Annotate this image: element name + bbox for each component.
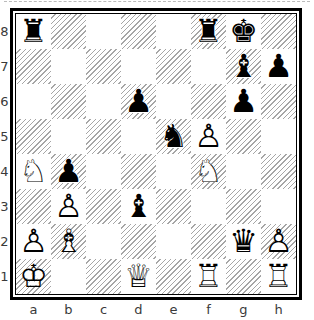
square-g7: ♝	[226, 49, 261, 84]
square-e5: ♞	[156, 119, 191, 154]
square-d8	[121, 14, 156, 49]
square-h1: ♜♖	[261, 259, 296, 294]
piece-black-knight: ♞	[156, 119, 191, 154]
square-h2: ♟♙	[261, 224, 296, 259]
square-e6	[156, 84, 191, 119]
square-e3	[156, 189, 191, 224]
square-b4: ♟	[51, 154, 86, 189]
square-f6	[191, 84, 226, 119]
piece-white-king: ♚♔	[16, 259, 51, 294]
square-a8: ♜	[16, 14, 51, 49]
square-c6	[86, 84, 121, 119]
piece-white-pawn: ♟♙	[51, 189, 86, 224]
rank-label-3: 3	[0, 189, 9, 224]
rank-label-6: 6	[0, 84, 9, 119]
piece-black-bishop: ♝	[226, 49, 261, 84]
square-e1	[156, 259, 191, 294]
square-h7: ♟	[261, 49, 296, 84]
square-c5	[86, 119, 121, 154]
piece-black-rook: ♜	[191, 14, 226, 49]
square-c1	[86, 259, 121, 294]
square-f2	[191, 224, 226, 259]
square-f5: ♟♙	[191, 119, 226, 154]
piece-white-rook: ♜♖	[261, 259, 296, 294]
square-g1	[226, 259, 261, 294]
square-a4: ♞♘	[16, 154, 51, 189]
square-c4	[86, 154, 121, 189]
piece-black-pawn: ♟	[51, 154, 86, 189]
file-label-e: e	[156, 301, 191, 318]
square-b8	[51, 14, 86, 49]
piece-white-queen: ♛♕	[121, 259, 156, 294]
rank-label-1: 1	[0, 259, 9, 294]
board-inner-frame: ♜♜♚♝♟♟♟♞♟♙♞♘♟♞♘♟♙♝♟♙♝♗♛♟♙♚♔♛♕♜♖♜♖	[15, 13, 297, 295]
rank-label-7: 7	[0, 49, 9, 84]
square-g2: ♛	[226, 224, 261, 259]
piece-black-pawn: ♟	[226, 84, 261, 119]
piece-white-pawn: ♟♙	[16, 224, 51, 259]
file-label-f: f	[191, 301, 226, 318]
piece-white-rook: ♜♖	[191, 259, 226, 294]
square-d7	[121, 49, 156, 84]
square-b1	[51, 259, 86, 294]
square-c2	[86, 224, 121, 259]
square-f4: ♞♘	[191, 154, 226, 189]
square-a7	[16, 49, 51, 84]
scan-artifact-line	[4, 1, 310, 2]
file-label-a: a	[16, 301, 51, 318]
square-g6: ♟	[226, 84, 261, 119]
chess-board: ♜♜♚♝♟♟♟♞♟♙♞♘♟♞♘♟♙♝♟♙♝♗♛♟♙♚♔♛♕♜♖♜♖	[10, 8, 302, 300]
file-labels: abcdefgh	[16, 301, 296, 318]
rank-labels: 87654321	[0, 14, 9, 294]
square-e4	[156, 154, 191, 189]
square-c8	[86, 14, 121, 49]
square-h4	[261, 154, 296, 189]
square-b5	[51, 119, 86, 154]
square-c3	[86, 189, 121, 224]
file-label-b: b	[51, 301, 86, 318]
piece-white-pawn: ♟♙	[191, 119, 226, 154]
piece-black-queen: ♛	[226, 224, 261, 259]
square-e8	[156, 14, 191, 49]
square-g4	[226, 154, 261, 189]
square-e7	[156, 49, 191, 84]
square-f8: ♜	[191, 14, 226, 49]
square-g5	[226, 119, 261, 154]
square-h8	[261, 14, 296, 49]
rank-label-8: 8	[0, 14, 9, 49]
rank-label-2: 2	[0, 224, 9, 259]
square-d2	[121, 224, 156, 259]
square-h3	[261, 189, 296, 224]
square-b6	[51, 84, 86, 119]
piece-black-pawn: ♟	[261, 49, 296, 84]
file-label-c: c	[86, 301, 121, 318]
square-a6	[16, 84, 51, 119]
rank-label-4: 4	[0, 154, 9, 189]
square-f1: ♜♖	[191, 259, 226, 294]
piece-white-knight: ♞♘	[16, 154, 51, 189]
file-label-g: g	[226, 301, 261, 318]
piece-white-pawn: ♟♙	[261, 224, 296, 259]
square-c7	[86, 49, 121, 84]
file-label-d: d	[121, 301, 156, 318]
square-g8: ♚	[226, 14, 261, 49]
file-label-h: h	[261, 301, 296, 318]
square-h6	[261, 84, 296, 119]
board-grid: ♜♜♚♝♟♟♟♞♟♙♞♘♟♞♘♟♙♝♟♙♝♗♛♟♙♚♔♛♕♜♖♜♖	[16, 14, 296, 294]
rank-label-5: 5	[0, 119, 9, 154]
square-b7	[51, 49, 86, 84]
square-b2: ♝♗	[51, 224, 86, 259]
square-a3	[16, 189, 51, 224]
square-f7	[191, 49, 226, 84]
square-f3	[191, 189, 226, 224]
square-d1: ♛♕	[121, 259, 156, 294]
piece-black-bishop: ♝	[121, 189, 156, 224]
piece-black-pawn: ♟	[121, 84, 156, 119]
square-h5	[261, 119, 296, 154]
piece-white-knight: ♞♘	[191, 154, 226, 189]
square-a2: ♟♙	[16, 224, 51, 259]
piece-black-rook: ♜	[16, 14, 51, 49]
piece-white-bishop: ♝♗	[51, 224, 86, 259]
square-e2	[156, 224, 191, 259]
square-d6: ♟	[121, 84, 156, 119]
square-d5	[121, 119, 156, 154]
square-g3	[226, 189, 261, 224]
square-d3: ♝	[121, 189, 156, 224]
square-b3: ♟♙	[51, 189, 86, 224]
square-a1: ♚♔	[16, 259, 51, 294]
square-d4	[121, 154, 156, 189]
chess-diagram: 87654321 ♜♜♚♝♟♟♟♞♟♙♞♘♟♞♘♟♙♝♟♙♝♗♛♟♙♚♔♛♕♜♖…	[0, 0, 314, 320]
square-a5	[16, 119, 51, 154]
piece-black-king: ♚	[226, 14, 261, 49]
